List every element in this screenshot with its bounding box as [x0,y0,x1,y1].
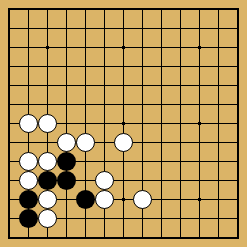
intersection[interactable] [152,38,171,57]
black-stone [19,209,38,228]
intersection[interactable] [114,171,133,190]
intersection[interactable] [38,114,57,133]
intersection[interactable] [133,209,152,228]
intersection[interactable] [19,38,38,57]
intersection[interactable] [76,76,95,95]
white-stone [38,209,57,228]
intersection[interactable] [133,19,152,38]
intersection[interactable] [133,38,152,57]
intersection[interactable] [57,57,76,76]
intersection[interactable] [114,57,133,76]
intersection[interactable] [209,76,228,95]
white-stone [19,114,38,133]
intersection[interactable] [209,114,228,133]
intersection[interactable] [152,171,171,190]
white-stone [95,190,114,209]
intersection[interactable] [209,0,228,19]
intersection[interactable] [190,171,209,190]
intersection[interactable] [171,152,190,171]
intersection[interactable] [19,95,38,114]
black-stone [57,171,76,190]
intersection[interactable] [0,0,19,19]
white-stone [19,152,38,171]
intersection[interactable] [57,171,76,190]
intersection[interactable] [190,0,209,19]
intersection[interactable] [171,0,190,19]
intersection[interactable] [19,114,38,133]
intersection[interactable] [95,95,114,114]
intersection[interactable] [38,152,57,171]
intersection[interactable] [57,38,76,57]
intersection[interactable] [171,76,190,95]
intersection[interactable] [228,133,247,152]
black-stone [19,190,38,209]
intersection[interactable] [76,38,95,57]
intersection[interactable] [114,19,133,38]
intersection[interactable] [209,209,228,228]
intersection[interactable] [19,76,38,95]
intersection[interactable] [76,133,95,152]
intersection[interactable] [228,228,247,247]
intersection[interactable] [152,190,171,209]
intersection-grid [0,0,247,247]
intersection[interactable] [38,38,57,57]
intersection[interactable] [152,133,171,152]
intersection[interactable] [228,19,247,38]
intersection[interactable] [171,190,190,209]
intersection[interactable] [114,0,133,19]
white-stone [95,171,114,190]
intersection[interactable] [228,171,247,190]
intersection[interactable] [114,95,133,114]
intersection[interactable] [114,114,133,133]
intersection[interactable] [0,95,19,114]
white-stone [38,190,57,209]
intersection[interactable] [0,19,19,38]
intersection[interactable] [95,114,114,133]
intersection[interactable] [95,76,114,95]
intersection[interactable] [209,57,228,76]
intersection[interactable] [228,114,247,133]
intersection[interactable] [190,190,209,209]
intersection[interactable] [133,76,152,95]
intersection[interactable] [133,57,152,76]
intersection[interactable] [171,95,190,114]
intersection[interactable] [133,171,152,190]
intersection[interactable] [0,228,19,247]
intersection[interactable] [76,152,95,171]
intersection[interactable] [38,76,57,95]
intersection[interactable] [190,57,209,76]
go-board [0,0,247,247]
intersection[interactable] [190,133,209,152]
intersection[interactable] [171,171,190,190]
white-stone [133,190,152,209]
intersection[interactable] [19,209,38,228]
white-stone [38,152,57,171]
white-stone [19,171,38,190]
intersection[interactable] [133,228,152,247]
intersection[interactable] [57,190,76,209]
intersection[interactable] [38,133,57,152]
white-stone [114,133,133,152]
intersection[interactable] [38,57,57,76]
intersection[interactable] [190,209,209,228]
intersection[interactable] [0,171,19,190]
intersection[interactable] [133,133,152,152]
intersection[interactable] [152,209,171,228]
intersection[interactable] [228,152,247,171]
intersection[interactable] [0,114,19,133]
intersection[interactable] [0,133,19,152]
intersection[interactable] [95,0,114,19]
intersection[interactable] [57,76,76,95]
intersection[interactable] [114,133,133,152]
intersection[interactable] [38,95,57,114]
intersection[interactable] [190,152,209,171]
intersection[interactable] [114,152,133,171]
white-stone [38,114,57,133]
intersection[interactable] [171,133,190,152]
intersection[interactable] [95,228,114,247]
intersection[interactable] [228,0,247,19]
intersection[interactable] [19,190,38,209]
intersection[interactable] [152,95,171,114]
intersection[interactable] [133,152,152,171]
intersection[interactable] [57,114,76,133]
intersection[interactable] [114,209,133,228]
intersection[interactable] [152,57,171,76]
intersection[interactable] [38,19,57,38]
intersection[interactable] [190,95,209,114]
intersection[interactable] [19,0,38,19]
intersection[interactable] [152,19,171,38]
intersection[interactable] [19,57,38,76]
intersection[interactable] [95,133,114,152]
intersection[interactable] [76,95,95,114]
intersection[interactable] [133,190,152,209]
intersection[interactable] [209,19,228,38]
intersection[interactable] [133,114,152,133]
intersection[interactable] [19,133,38,152]
intersection[interactable] [76,190,95,209]
intersection[interactable] [0,209,19,228]
intersection[interactable] [171,228,190,247]
intersection[interactable] [0,152,19,171]
intersection[interactable] [209,190,228,209]
intersection[interactable] [76,57,95,76]
intersection[interactable] [114,76,133,95]
intersection[interactable] [209,38,228,57]
white-stone [57,133,76,152]
intersection[interactable] [95,152,114,171]
intersection[interactable] [57,95,76,114]
intersection[interactable] [76,0,95,19]
intersection[interactable] [190,19,209,38]
intersection[interactable] [228,95,247,114]
intersection[interactable] [209,171,228,190]
intersection[interactable] [0,190,19,209]
intersection[interactable] [152,228,171,247]
intersection[interactable] [19,152,38,171]
intersection[interactable] [95,209,114,228]
intersection[interactable] [190,228,209,247]
black-stone [76,190,95,209]
intersection[interactable] [209,133,228,152]
intersection[interactable] [76,114,95,133]
intersection[interactable] [152,114,171,133]
intersection[interactable] [95,171,114,190]
intersection[interactable] [228,38,247,57]
intersection[interactable] [190,38,209,57]
intersection[interactable] [209,152,228,171]
intersection[interactable] [114,38,133,57]
intersection[interactable] [57,209,76,228]
intersection[interactable] [228,57,247,76]
intersection[interactable] [152,76,171,95]
intersection[interactable] [133,95,152,114]
intersection[interactable] [171,57,190,76]
intersection[interactable] [152,152,171,171]
intersection[interactable] [76,19,95,38]
intersection[interactable] [228,76,247,95]
intersection[interactable] [76,209,95,228]
intersection[interactable] [0,76,19,95]
intersection[interactable] [0,57,19,76]
black-stone [57,152,76,171]
intersection[interactable] [228,209,247,228]
intersection[interactable] [76,171,95,190]
black-stone [38,171,57,190]
intersection[interactable] [95,190,114,209]
intersection[interactable] [38,209,57,228]
intersection[interactable] [57,152,76,171]
white-stone [76,133,95,152]
intersection[interactable] [57,19,76,38]
intersection[interactable] [76,228,95,247]
intersection[interactable] [209,95,228,114]
intersection[interactable] [190,114,209,133]
intersection[interactable] [95,19,114,38]
intersection[interactable] [228,190,247,209]
intersection[interactable] [95,38,114,57]
intersection[interactable] [171,38,190,57]
intersection[interactable] [19,171,38,190]
intersection[interactable] [19,228,38,247]
intersection[interactable] [171,209,190,228]
intersection[interactable] [114,190,133,209]
intersection[interactable] [171,114,190,133]
intersection[interactable] [57,133,76,152]
intersection[interactable] [57,0,76,19]
intersection[interactable] [38,171,57,190]
intersection[interactable] [38,228,57,247]
intersection[interactable] [114,228,133,247]
intersection[interactable] [57,228,76,247]
intersection[interactable] [171,19,190,38]
intersection[interactable] [209,228,228,247]
intersection[interactable] [38,190,57,209]
intersection[interactable] [95,57,114,76]
intersection[interactable] [38,0,57,19]
intersection[interactable] [190,76,209,95]
intersection[interactable] [133,0,152,19]
intersection[interactable] [0,38,19,57]
intersection[interactable] [19,19,38,38]
intersection[interactable] [152,0,171,19]
